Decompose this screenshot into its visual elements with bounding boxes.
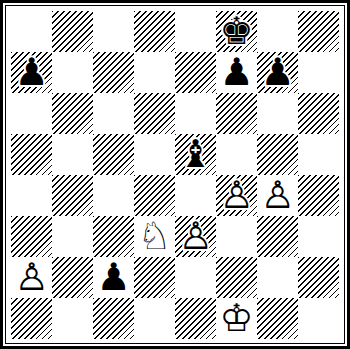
square-h5[interactable] — [298, 134, 339, 175]
square-e1[interactable] — [175, 298, 216, 339]
white-knight-outline: ♘ — [134, 216, 175, 257]
square-e3[interactable]: ♟♙ — [175, 216, 216, 257]
square-h7[interactable] — [298, 52, 339, 93]
square-e4[interactable] — [175, 175, 216, 216]
square-a1[interactable] — [11, 298, 52, 339]
black-pawn: ♟ — [11, 52, 52, 93]
square-f8[interactable]: ♚ — [216, 11, 257, 52]
square-f4[interactable]: ♟♙ — [216, 175, 257, 216]
square-e2[interactable] — [175, 257, 216, 298]
square-e6[interactable] — [175, 93, 216, 134]
square-c5[interactable] — [93, 134, 134, 175]
square-a3[interactable] — [11, 216, 52, 257]
square-h2[interactable] — [298, 257, 339, 298]
square-b8[interactable] — [52, 11, 93, 52]
square-h6[interactable] — [298, 93, 339, 134]
white-pawn-outline: ♙ — [175, 216, 216, 257]
square-f5[interactable] — [216, 134, 257, 175]
square-d4[interactable] — [134, 175, 175, 216]
square-h3[interactable] — [298, 216, 339, 257]
square-b1[interactable] — [52, 298, 93, 339]
square-a8[interactable] — [11, 11, 52, 52]
square-e7[interactable] — [175, 52, 216, 93]
white-pawn: ♟♙ — [11, 257, 52, 298]
square-f2[interactable] — [216, 257, 257, 298]
white-king: ♚♔ — [216, 298, 257, 339]
black-bishop: ♝ — [175, 134, 216, 175]
white-pawn-outline: ♙ — [216, 175, 257, 216]
square-b3[interactable] — [52, 216, 93, 257]
square-g4[interactable]: ♟♙ — [257, 175, 298, 216]
square-g2[interactable] — [257, 257, 298, 298]
square-g3[interactable] — [257, 216, 298, 257]
square-c7[interactable] — [93, 52, 134, 93]
black-king: ♚ — [216, 11, 257, 52]
square-g8[interactable] — [257, 11, 298, 52]
square-f1[interactable]: ♚♔ — [216, 298, 257, 339]
square-c8[interactable] — [93, 11, 134, 52]
square-d1[interactable] — [134, 298, 175, 339]
board-inner-frame: ♚♟♟♟♝♟♙♟♙♞♘♟♙♟♙♟♚♔ — [5, 5, 345, 344]
square-c6[interactable] — [93, 93, 134, 134]
square-g1[interactable] — [257, 298, 298, 339]
square-c2[interactable]: ♟ — [93, 257, 134, 298]
square-e5[interactable]: ♝ — [175, 134, 216, 175]
square-c3[interactable] — [93, 216, 134, 257]
square-g7[interactable]: ♟ — [257, 52, 298, 93]
square-a6[interactable] — [11, 93, 52, 134]
square-d8[interactable] — [134, 11, 175, 52]
chessboard: ♚♟♟♟♝♟♙♟♙♞♘♟♙♟♙♟♚♔ — [11, 11, 339, 339]
square-b2[interactable] — [52, 257, 93, 298]
square-h1[interactable] — [298, 298, 339, 339]
square-f6[interactable] — [216, 93, 257, 134]
white-pawn-outline: ♙ — [257, 175, 298, 216]
square-b7[interactable] — [52, 52, 93, 93]
white-pawn: ♟♙ — [175, 216, 216, 257]
square-a7[interactable]: ♟ — [11, 52, 52, 93]
square-b6[interactable] — [52, 93, 93, 134]
black-pawn: ♟ — [216, 52, 257, 93]
square-d3[interactable]: ♞♘ — [134, 216, 175, 257]
square-c4[interactable] — [93, 175, 134, 216]
square-f3[interactable] — [216, 216, 257, 257]
white-knight: ♞♘ — [134, 216, 175, 257]
board-frame: ♚♟♟♟♝♟♙♟♙♞♘♟♙♟♙♟♚♔ — [0, 0, 350, 349]
square-b4[interactable] — [52, 175, 93, 216]
black-pawn: ♟ — [93, 257, 134, 298]
square-h4[interactable] — [298, 175, 339, 216]
square-e8[interactable] — [175, 11, 216, 52]
square-g5[interactable] — [257, 134, 298, 175]
square-d7[interactable] — [134, 52, 175, 93]
white-pawn-outline: ♙ — [11, 257, 52, 298]
square-c1[interactable] — [93, 298, 134, 339]
square-d5[interactable] — [134, 134, 175, 175]
square-d6[interactable] — [134, 93, 175, 134]
black-pawn: ♟ — [257, 52, 298, 93]
white-pawn: ♟♙ — [257, 175, 298, 216]
square-f7[interactable]: ♟ — [216, 52, 257, 93]
square-a2[interactable]: ♟♙ — [11, 257, 52, 298]
white-pawn: ♟♙ — [216, 175, 257, 216]
square-a5[interactable] — [11, 134, 52, 175]
square-d2[interactable] — [134, 257, 175, 298]
square-h8[interactable] — [298, 11, 339, 52]
square-g6[interactable] — [257, 93, 298, 134]
square-b5[interactable] — [52, 134, 93, 175]
white-king-outline: ♔ — [216, 298, 257, 339]
square-a4[interactable] — [11, 175, 52, 216]
